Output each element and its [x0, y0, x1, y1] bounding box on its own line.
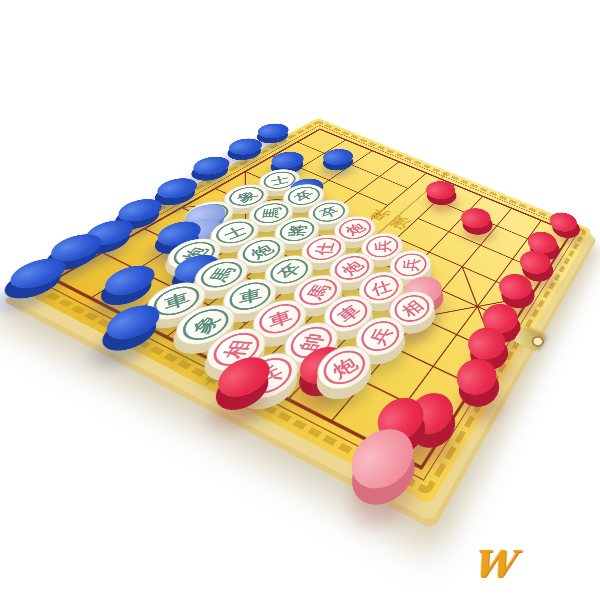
product-photo: 楚河 漢界 河 士卒象卒馬卒炮將士兵仕炮炮兵炮卒馬仕馬車車相車車象兵帥相炮兵 W	[0, 0, 600, 600]
piece-character: 兵	[366, 235, 399, 259]
piece-character: 兵	[392, 253, 429, 277]
xiangqi-board: 楚河 漢界 河 士卒象卒馬卒炮將士兵仕炮炮兵炮卒馬仕馬車車相車車象兵帥相炮兵	[10, 118, 592, 505]
watermark-logo: W	[470, 546, 515, 583]
